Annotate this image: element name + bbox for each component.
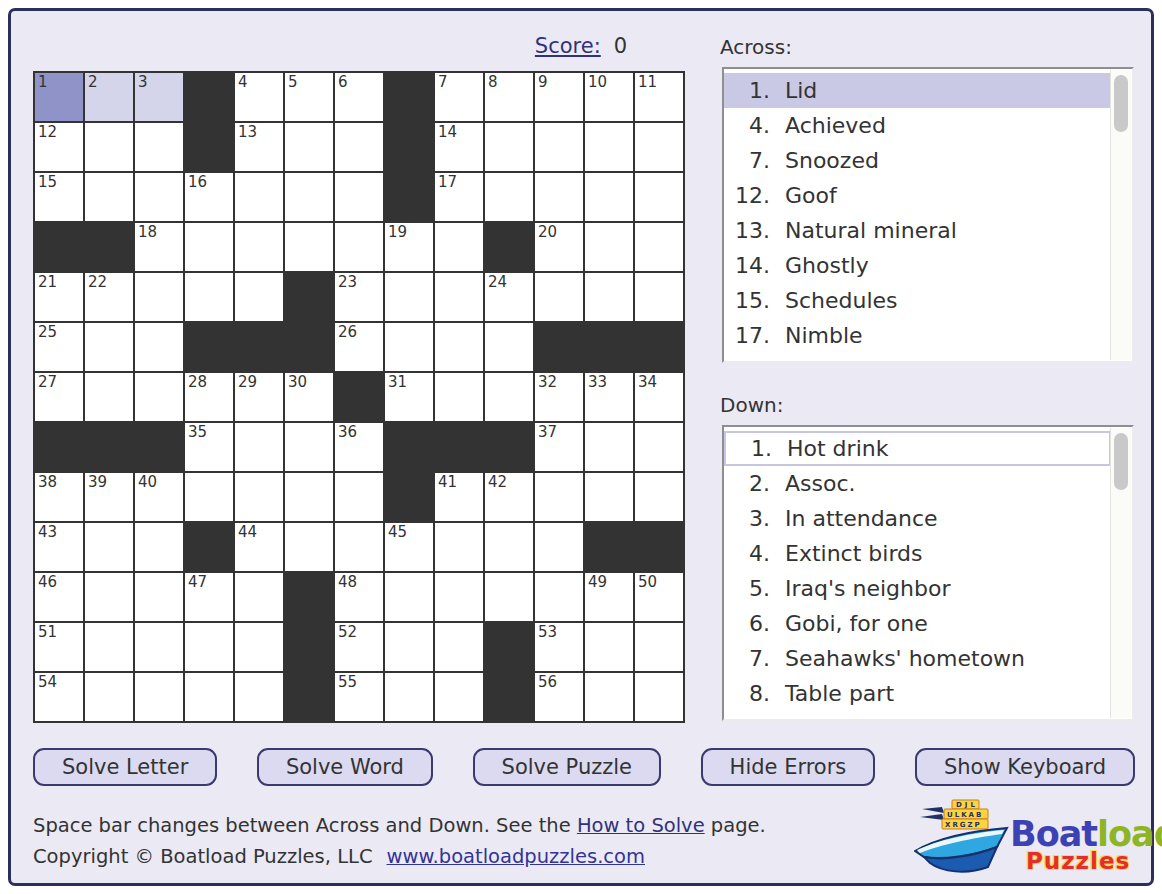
cell-r4-c7[interactable] bbox=[334, 222, 384, 272]
cell-number-42: 42 bbox=[488, 474, 507, 491]
cell-r12-c6-block bbox=[284, 622, 334, 672]
cell-number-18: 18 bbox=[138, 224, 157, 241]
boat-icon: DJL ULKAB XRGZP bbox=[914, 799, 1010, 881]
cell-r5-c9[interactable] bbox=[434, 272, 484, 322]
cell-r4-c9[interactable] bbox=[434, 222, 484, 272]
cell-r7-c11[interactable]: 32 bbox=[534, 372, 584, 422]
cell-r9-c2[interactable]: 39 bbox=[84, 472, 134, 522]
cell-r3-c2[interactable] bbox=[84, 172, 134, 222]
website-link[interactable]: www.boatloadpuzzles.com bbox=[387, 845, 645, 868]
clue-number: 4. bbox=[724, 108, 770, 143]
cell-number-5: 5 bbox=[288, 74, 298, 91]
cell-r11-c1[interactable]: 46 bbox=[34, 572, 84, 622]
cell-number-30: 30 bbox=[288, 374, 307, 391]
solve-word-button[interactable]: Solve Word bbox=[257, 748, 433, 786]
cell-r6-c3[interactable] bbox=[134, 322, 184, 372]
cell-r11-c4[interactable]: 47 bbox=[184, 572, 234, 622]
cell-r9-c7[interactable] bbox=[334, 472, 384, 522]
across-clue-15[interactable]: 15.Schedules bbox=[724, 283, 1111, 318]
button-row: Solve LetterSolve WordSolve PuzzleHide E… bbox=[33, 748, 1135, 786]
cell-r9-c4[interactable] bbox=[184, 472, 234, 522]
cell-r6-c1[interactable]: 25 bbox=[34, 322, 84, 372]
down-clue-6[interactable]: 6.Gobi, for one bbox=[724, 606, 1111, 641]
cell-r10-c2[interactable] bbox=[84, 522, 134, 572]
cell-r13-c8[interactable] bbox=[384, 672, 434, 722]
cell-r11-c6-block bbox=[284, 572, 334, 622]
across-clue-17[interactable]: 17.Nimble bbox=[724, 318, 1111, 353]
cell-number-2: 2 bbox=[88, 74, 98, 91]
cell-number-41: 41 bbox=[438, 474, 457, 491]
cell-r5-c12[interactable] bbox=[584, 272, 634, 322]
cell-r13-c3[interactable] bbox=[134, 672, 184, 722]
cell-r11-c2[interactable] bbox=[84, 572, 134, 622]
cell-number-20: 20 bbox=[538, 224, 557, 241]
cell-r10-c7[interactable] bbox=[334, 522, 384, 572]
across-heading: Across: bbox=[720, 35, 792, 59]
svg-text:DJL: DJL bbox=[956, 801, 978, 809]
cell-number-13: 13 bbox=[238, 124, 257, 141]
cell-r3-c10[interactable] bbox=[484, 172, 534, 222]
cell-r9-c3[interactable]: 40 bbox=[134, 472, 184, 522]
cell-number-26: 26 bbox=[338, 324, 357, 341]
cell-r6-c10[interactable] bbox=[484, 322, 534, 372]
clue-text: In attendance bbox=[785, 501, 938, 536]
across-clue-list: 1.Lid4.Achieved7.Snoozed12.Goof13.Natura… bbox=[722, 67, 1134, 363]
down-clue-4[interactable]: 4.Extinct birds bbox=[724, 536, 1111, 571]
puzzle-page: Score:0 12345678910111213141516171819202… bbox=[8, 8, 1154, 886]
cell-r9-c9[interactable]: 41 bbox=[434, 472, 484, 522]
cell-r8-c11[interactable]: 37 bbox=[534, 422, 584, 472]
cell-number-25: 25 bbox=[38, 324, 57, 341]
cell-r6-c8[interactable] bbox=[384, 322, 434, 372]
clue-number: 15. bbox=[724, 283, 770, 318]
cell-r11-c7[interactable]: 48 bbox=[334, 572, 384, 622]
across-clue-items: 1.Lid4.Achieved7.Snoozed12.Goof13.Natura… bbox=[724, 69, 1111, 361]
cell-r8-c2-block bbox=[84, 422, 134, 472]
cell-number-21: 21 bbox=[38, 274, 57, 291]
cell-r8-c9-block bbox=[434, 422, 484, 472]
solve-letter-button[interactable]: Solve Letter bbox=[33, 748, 217, 786]
across-clue-7[interactable]: 7.Snoozed bbox=[724, 143, 1111, 178]
cell-number-8: 8 bbox=[488, 74, 498, 91]
brand-word-puzzles: Puzzles bbox=[1026, 848, 1130, 874]
cell-r4-c6[interactable] bbox=[284, 222, 334, 272]
cell-number-7: 7 bbox=[438, 74, 448, 91]
score-link[interactable]: Score: bbox=[535, 34, 601, 58]
cell-r6-c12-block bbox=[584, 322, 634, 372]
cell-r4-c5[interactable] bbox=[234, 222, 284, 272]
cell-r3-c11[interactable] bbox=[534, 172, 584, 222]
cell-r3-c3[interactable] bbox=[134, 172, 184, 222]
down-clue-3[interactable]: 3.In attendance bbox=[724, 501, 1111, 536]
down-scrollbar[interactable] bbox=[1110, 428, 1131, 718]
cell-number-10: 10 bbox=[588, 74, 607, 91]
how-to-solve-link[interactable]: How to Solve bbox=[577, 814, 705, 837]
across-scrollbar[interactable] bbox=[1110, 70, 1131, 360]
cell-r7-c5[interactable]: 29 bbox=[234, 372, 284, 422]
cell-number-14: 14 bbox=[438, 124, 457, 141]
clue-number: 7. bbox=[724, 143, 770, 178]
across-clue-14[interactable]: 14.Ghostly bbox=[724, 248, 1111, 283]
cell-r8-c4[interactable]: 35 bbox=[184, 422, 234, 472]
clue-text: Goof bbox=[785, 178, 837, 213]
cell-number-44: 44 bbox=[238, 524, 257, 541]
cell-number-22: 22 bbox=[88, 274, 107, 291]
cell-r1-c4-block bbox=[184, 72, 234, 122]
cell-r13-c6-block bbox=[284, 672, 334, 722]
score-value: 0 bbox=[614, 34, 627, 58]
cell-r2-c7[interactable] bbox=[334, 122, 384, 172]
cell-r12-c5[interactable] bbox=[234, 622, 284, 672]
cell-number-53: 53 bbox=[538, 624, 557, 641]
cell-r2-c4-block bbox=[184, 122, 234, 172]
cell-r13-c1[interactable]: 54 bbox=[34, 672, 84, 722]
cell-r10-c11[interactable] bbox=[534, 522, 584, 572]
cell-r6-c6-block bbox=[284, 322, 334, 372]
cell-r5-c13[interactable] bbox=[634, 272, 684, 322]
cell-r7-c13[interactable]: 34 bbox=[634, 372, 684, 422]
cell-r2-c12[interactable] bbox=[584, 122, 634, 172]
show-keyboard-button[interactable]: Show Keyboard bbox=[915, 748, 1135, 786]
cell-r2-c8-block bbox=[384, 122, 434, 172]
cell-r12-c9[interactable] bbox=[434, 622, 484, 672]
cell-r2-c9[interactable]: 14 bbox=[434, 122, 484, 172]
cell-r13-c13[interactable] bbox=[634, 672, 684, 722]
cell-r5-c4[interactable] bbox=[184, 272, 234, 322]
cell-r11-c11[interactable] bbox=[534, 572, 584, 622]
svg-text:XRGZP: XRGZP bbox=[945, 821, 982, 829]
clue-number: 2. bbox=[724, 466, 770, 501]
cell-r6-c9[interactable] bbox=[434, 322, 484, 372]
cell-number-36: 36 bbox=[338, 424, 357, 441]
cell-r1-c12[interactable]: 10 bbox=[584, 72, 634, 122]
clue-text: Lid bbox=[785, 73, 817, 108]
cell-r1-c7[interactable]: 6 bbox=[334, 72, 384, 122]
cell-r7-c7-block bbox=[334, 372, 384, 422]
clue-number: 6. bbox=[724, 606, 770, 641]
clue-number: 5. bbox=[724, 571, 770, 606]
clue-text: Ghostly bbox=[785, 248, 869, 283]
clue-number: 7. bbox=[724, 641, 770, 676]
cell-r2-c6[interactable] bbox=[284, 122, 334, 172]
cell-number-23: 23 bbox=[338, 274, 357, 291]
cell-r10-c10[interactable] bbox=[484, 522, 534, 572]
cell-r2-c3[interactable] bbox=[134, 122, 184, 172]
cell-r5-c7[interactable]: 23 bbox=[334, 272, 384, 322]
cell-number-34: 34 bbox=[638, 374, 657, 391]
cell-r1-c6[interactable]: 5 bbox=[284, 72, 334, 122]
cell-r3-c9[interactable]: 17 bbox=[434, 172, 484, 222]
cell-r12-c4[interactable] bbox=[184, 622, 234, 672]
cell-r7-c9[interactable] bbox=[434, 372, 484, 422]
cell-r7-c10[interactable] bbox=[484, 372, 534, 422]
cell-r13-c7[interactable]: 55 bbox=[334, 672, 384, 722]
cell-r13-c9[interactable] bbox=[434, 672, 484, 722]
cell-r4-c12[interactable] bbox=[584, 222, 634, 272]
cell-r4-c11[interactable]: 20 bbox=[534, 222, 584, 272]
down-clue-2[interactable]: 2.Assoc. bbox=[724, 466, 1111, 501]
cell-r7-c2[interactable] bbox=[84, 372, 134, 422]
across-clue-4[interactable]: 4.Achieved bbox=[724, 108, 1111, 143]
cell-number-17: 17 bbox=[438, 174, 457, 191]
cell-number-24: 24 bbox=[488, 274, 507, 291]
clue-number: 4. bbox=[724, 536, 770, 571]
cell-r13-c12[interactable] bbox=[584, 672, 634, 722]
clue-text: Gobi, for one bbox=[785, 606, 928, 641]
cell-r13-c4[interactable] bbox=[184, 672, 234, 722]
cell-r4-c13[interactable] bbox=[634, 222, 684, 272]
cell-r4-c4[interactable] bbox=[184, 222, 234, 272]
cell-number-16: 16 bbox=[188, 174, 207, 191]
cell-r2-c13[interactable] bbox=[634, 122, 684, 172]
cell-number-51: 51 bbox=[38, 624, 57, 641]
cell-number-3: 3 bbox=[138, 74, 148, 91]
cell-r8-c1-block bbox=[34, 422, 84, 472]
svg-text:ULKAB: ULKAB bbox=[947, 811, 983, 819]
cell-r10-c6[interactable] bbox=[284, 522, 334, 572]
cell-number-1: 1 bbox=[38, 74, 48, 91]
footer-text-1: Space bar changes between Across and Dow… bbox=[33, 814, 577, 837]
cell-r8-c6[interactable] bbox=[284, 422, 334, 472]
cell-r10-c9[interactable] bbox=[434, 522, 484, 572]
cell-r3-c1[interactable]: 15 bbox=[34, 172, 84, 222]
cell-r2-c11[interactable] bbox=[534, 122, 584, 172]
cell-r9-c11[interactable] bbox=[534, 472, 584, 522]
brand-wordmark: Boatload bbox=[1010, 817, 1162, 852]
footer-instructions: Space bar changes between Across and Dow… bbox=[33, 814, 766, 837]
cell-r3-c7[interactable] bbox=[334, 172, 384, 222]
cell-r13-c10-block bbox=[484, 672, 534, 722]
cell-number-31: 31 bbox=[388, 374, 407, 391]
clue-number: 13. bbox=[724, 213, 770, 248]
cell-number-19: 19 bbox=[388, 224, 407, 241]
cell-r3-c5[interactable] bbox=[234, 172, 284, 222]
clue-text: Natural mineral bbox=[785, 213, 957, 248]
footer-copyright: Copyright © Boatload Puzzles, LLCwww.boa… bbox=[33, 845, 645, 868]
cell-r12-c8[interactable] bbox=[384, 622, 434, 672]
down-scrollbar-thumb[interactable] bbox=[1114, 433, 1128, 490]
cell-r3-c8-block bbox=[384, 172, 434, 222]
down-clue-8[interactable]: 8.Table part bbox=[724, 676, 1111, 711]
down-heading: Down: bbox=[720, 393, 783, 417]
cell-r5-c3[interactable] bbox=[134, 272, 184, 322]
cell-r7-c3[interactable] bbox=[134, 372, 184, 422]
cell-r5-c8[interactable] bbox=[384, 272, 434, 322]
cell-r3-c6[interactable] bbox=[284, 172, 334, 222]
crossword-grid: 1234567891011121314151617181920212223242… bbox=[33, 71, 685, 723]
cell-r2-c1[interactable]: 12 bbox=[34, 122, 84, 172]
clue-number: 1. bbox=[724, 73, 770, 108]
cell-number-12: 12 bbox=[38, 124, 57, 141]
clue-number: 8. bbox=[724, 676, 770, 711]
down-clue-5[interactable]: 5.Iraq's neighbor bbox=[724, 571, 1111, 606]
across-clue-13[interactable]: 13.Natural mineral bbox=[724, 213, 1111, 248]
cell-r11-c9[interactable] bbox=[434, 572, 484, 622]
hide-errors-button[interactable]: Hide Errors bbox=[701, 748, 876, 786]
down-clue-items: 1.Hot drink2.Assoc.3.In attendance4.Exti… bbox=[724, 427, 1111, 719]
cell-r11-c12[interactable]: 49 bbox=[584, 572, 634, 622]
cell-r9-c6[interactable] bbox=[284, 472, 334, 522]
cell-r7-c8[interactable]: 31 bbox=[384, 372, 434, 422]
cell-r4-c8[interactable]: 19 bbox=[384, 222, 434, 272]
cell-number-4: 4 bbox=[238, 74, 248, 91]
clue-number: 14. bbox=[724, 248, 770, 283]
cell-r10-c3[interactable] bbox=[134, 522, 184, 572]
cell-number-33: 33 bbox=[588, 374, 607, 391]
cell-r10-c1[interactable]: 43 bbox=[34, 522, 84, 572]
cell-r3-c12[interactable] bbox=[584, 172, 634, 222]
cell-number-27: 27 bbox=[38, 374, 57, 391]
cell-number-32: 32 bbox=[538, 374, 557, 391]
cell-number-11: 11 bbox=[638, 74, 657, 91]
cell-r8-c12[interactable] bbox=[584, 422, 634, 472]
cell-number-29: 29 bbox=[238, 374, 257, 391]
cell-r9-c1[interactable]: 38 bbox=[34, 472, 84, 522]
clue-text: Table part bbox=[785, 676, 894, 711]
cell-r12-c2[interactable] bbox=[84, 622, 134, 672]
cell-r10-c8[interactable]: 45 bbox=[384, 522, 434, 572]
cell-r1-c9[interactable]: 7 bbox=[434, 72, 484, 122]
cell-r11-c8[interactable] bbox=[384, 572, 434, 622]
cell-number-28: 28 bbox=[188, 374, 207, 391]
cell-number-35: 35 bbox=[188, 424, 207, 441]
clue-text: Assoc. bbox=[785, 466, 856, 501]
score-bar: Score:0 bbox=[11, 34, 1151, 58]
cell-r7-c12[interactable]: 33 bbox=[584, 372, 634, 422]
cell-r8-c10-block bbox=[484, 422, 534, 472]
cell-r8-c13[interactable] bbox=[634, 422, 684, 472]
cell-r5-c11[interactable] bbox=[534, 272, 584, 322]
cell-r1-c13[interactable]: 11 bbox=[634, 72, 684, 122]
clue-text: Seahawks' hometown bbox=[785, 641, 1025, 676]
cell-r1-c2[interactable]: 2 bbox=[84, 72, 134, 122]
cell-r10-c5[interactable]: 44 bbox=[234, 522, 284, 572]
cell-r12-c7[interactable]: 52 bbox=[334, 622, 384, 672]
cell-r9-c12[interactable] bbox=[584, 472, 634, 522]
cell-r4-c1-block bbox=[34, 222, 84, 272]
cell-number-39: 39 bbox=[88, 474, 107, 491]
cell-r3-c4[interactable]: 16 bbox=[184, 172, 234, 222]
cell-r5-c2[interactable]: 22 bbox=[84, 272, 134, 322]
cell-r6-c5-block bbox=[234, 322, 284, 372]
cell-r7-c1[interactable]: 27 bbox=[34, 372, 84, 422]
cell-r6-c11-block bbox=[534, 322, 584, 372]
cell-r12-c12[interactable] bbox=[584, 622, 634, 672]
cell-r5-c1[interactable]: 21 bbox=[34, 272, 84, 322]
cell-r4-c3[interactable]: 18 bbox=[134, 222, 184, 272]
clue-text: Nimble bbox=[785, 318, 863, 353]
cell-r7-c6[interactable]: 30 bbox=[284, 372, 334, 422]
cell-r6-c7[interactable]: 26 bbox=[334, 322, 384, 372]
cell-r1-c8-block bbox=[384, 72, 434, 122]
cell-r10-c4-block bbox=[184, 522, 234, 572]
across-clue-12[interactable]: 12.Goof bbox=[724, 178, 1111, 213]
cell-r8-c5[interactable] bbox=[234, 422, 284, 472]
cell-r11-c5[interactable] bbox=[234, 572, 284, 622]
cell-r6-c4-block bbox=[184, 322, 234, 372]
cell-r3-c13[interactable] bbox=[634, 172, 684, 222]
cell-r2-c5[interactable]: 13 bbox=[234, 122, 284, 172]
down-clue-7[interactable]: 7.Seahawks' hometown bbox=[724, 641, 1111, 676]
cell-number-55: 55 bbox=[338, 674, 357, 691]
cell-r8-c8-block bbox=[384, 422, 434, 472]
cell-r1-c3[interactable]: 3 bbox=[134, 72, 184, 122]
across-clue-1[interactable]: 1.Lid bbox=[724, 73, 1111, 108]
clue-number: 1. bbox=[726, 433, 772, 464]
cell-r9-c13[interactable] bbox=[634, 472, 684, 522]
cell-r12-c13[interactable] bbox=[634, 622, 684, 672]
clue-number: 17. bbox=[724, 318, 770, 353]
cell-r12-c1[interactable]: 51 bbox=[34, 622, 84, 672]
cell-r2-c2[interactable] bbox=[84, 122, 134, 172]
footer-text-2: page. bbox=[705, 814, 766, 837]
cell-r8-c7[interactable]: 36 bbox=[334, 422, 384, 472]
cell-number-45: 45 bbox=[388, 524, 407, 541]
clue-number: 12. bbox=[724, 178, 770, 213]
cell-r9-c10[interactable]: 42 bbox=[484, 472, 534, 522]
copyright-text: Copyright © Boatload Puzzles, LLC bbox=[33, 845, 373, 868]
cell-r1-c11[interactable]: 9 bbox=[534, 72, 584, 122]
cell-number-47: 47 bbox=[188, 574, 207, 591]
cell-r8-c3-block bbox=[134, 422, 184, 472]
cell-r12-c10-block bbox=[484, 622, 534, 672]
cell-r13-c11[interactable]: 56 bbox=[534, 672, 584, 722]
down-clue-1[interactable]: 1.Hot drink bbox=[724, 431, 1111, 466]
cell-r12-c3[interactable] bbox=[134, 622, 184, 672]
cell-r9-c8-block bbox=[384, 472, 434, 522]
cell-number-6: 6 bbox=[338, 74, 348, 91]
cell-r7-c4[interactable]: 28 bbox=[184, 372, 234, 422]
cell-r4-c10-block bbox=[484, 222, 534, 272]
cell-r13-c5[interactable] bbox=[234, 672, 284, 722]
clue-text: Hot drink bbox=[787, 433, 888, 464]
cell-number-38: 38 bbox=[38, 474, 57, 491]
cell-r10-c12-block bbox=[584, 522, 634, 572]
cell-number-49: 49 bbox=[588, 574, 607, 591]
cell-r11-c10[interactable] bbox=[484, 572, 534, 622]
cell-r12-c11[interactable]: 53 bbox=[534, 622, 584, 672]
cell-r6-c13-block bbox=[634, 322, 684, 372]
cell-r11-c13[interactable]: 50 bbox=[634, 572, 684, 622]
cell-number-50: 50 bbox=[638, 574, 657, 591]
across-scrollbar-thumb[interactable] bbox=[1114, 75, 1128, 132]
clue-text: Snoozed bbox=[785, 143, 879, 178]
cell-r6-c2[interactable] bbox=[84, 322, 134, 372]
clue-text: Schedules bbox=[785, 283, 898, 318]
clue-number: 3. bbox=[724, 501, 770, 536]
cell-r4-c2-block bbox=[84, 222, 134, 272]
cell-r1-c5[interactable]: 4 bbox=[234, 72, 284, 122]
cell-r1-c10[interactable]: 8 bbox=[484, 72, 534, 122]
cell-r5-c10[interactable]: 24 bbox=[484, 272, 534, 322]
cell-r13-c2[interactable] bbox=[84, 672, 134, 722]
cell-number-54: 54 bbox=[38, 674, 57, 691]
clue-text: Extinct birds bbox=[785, 536, 922, 571]
cell-number-48: 48 bbox=[338, 574, 357, 591]
cell-r9-c5[interactable] bbox=[234, 472, 284, 522]
cell-number-46: 46 bbox=[38, 574, 57, 591]
solve-puzzle-button[interactable]: Solve Puzzle bbox=[473, 748, 661, 786]
cell-r11-c3[interactable] bbox=[134, 572, 184, 622]
cell-r2-c10[interactable] bbox=[484, 122, 534, 172]
cell-r10-c13-block bbox=[634, 522, 684, 572]
cell-number-40: 40 bbox=[138, 474, 157, 491]
cell-number-43: 43 bbox=[38, 524, 57, 541]
cell-r1-c1[interactable]: 1 bbox=[34, 72, 84, 122]
boatload-logo[interactable]: DJL ULKAB XRGZP Boatload Puzzles bbox=[914, 799, 1154, 887]
cell-r5-c5[interactable] bbox=[234, 272, 284, 322]
cell-number-56: 56 bbox=[538, 674, 557, 691]
